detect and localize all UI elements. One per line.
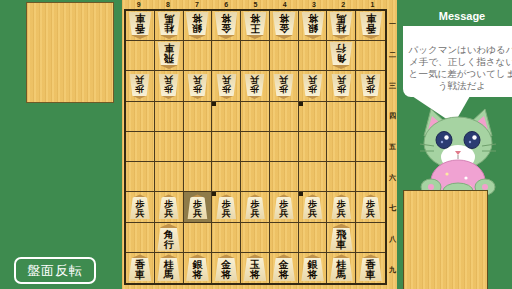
piece-kanji: 兵 (164, 209, 173, 218)
hoshi-dot (299, 192, 303, 196)
board-cell[interactable] (184, 162, 213, 192)
shogi-piece[interactable]: 銀将 (301, 12, 325, 39)
board-cell[interactable] (184, 132, 213, 162)
board-cell[interactable]: 香車 (356, 253, 385, 283)
piece-kanji: 将 (221, 13, 231, 23)
piece-kanji: 兵 (193, 75, 202, 84)
shogi-piece[interactable]: 歩兵 (187, 194, 208, 219)
piece-kanji: 将 (192, 270, 202, 280)
gote-captured-tray[interactable] (26, 2, 114, 103)
piece-kanji: 角 (336, 53, 346, 63)
board-cell[interactable] (270, 162, 299, 192)
piece-kanji: 桂 (336, 23, 346, 33)
board-cell[interactable] (184, 41, 213, 71)
piece-kanji: 香 (366, 23, 376, 33)
shogi-piece[interactable]: 歩兵 (244, 194, 265, 219)
shogi-piece[interactable]: 歩兵 (360, 194, 381, 219)
shogi-piece[interactable]: 玉将 (243, 254, 267, 281)
shogi-piece[interactable]: 歩兵 (187, 74, 208, 99)
piece-kanji: 兵 (279, 75, 288, 84)
board-cell[interactable]: 桂馬 (327, 11, 356, 41)
board-cell[interactable] (299, 223, 328, 253)
piece-kanji: 兵 (193, 209, 202, 218)
board-cell[interactable]: 金将 (212, 253, 241, 283)
piece-kanji: 兵 (135, 209, 144, 218)
piece-kanji: 香 (135, 23, 145, 33)
shogi-piece[interactable]: 歩兵 (331, 74, 352, 99)
board-cell[interactable] (299, 102, 328, 132)
board-cell[interactable]: 王将 (241, 11, 270, 41)
piece-kanji: 桂 (164, 23, 174, 33)
file-label: 5 (241, 0, 270, 9)
board-cell[interactable] (184, 102, 213, 132)
board-cell[interactable] (155, 102, 184, 132)
piece-kanji: 兵 (222, 75, 231, 84)
piece-kanji: 銀 (308, 23, 318, 33)
shogi-piece[interactable]: 銀将 (185, 12, 209, 39)
shogi-piece[interactable]: 歩兵 (158, 194, 179, 219)
piece-kanji: 将 (279, 13, 289, 23)
message-title: Message (403, 5, 512, 26)
piece-kanji: 兵 (366, 75, 375, 84)
board-cell[interactable]: 桂馬 (155, 253, 184, 283)
board-cell[interactable] (270, 41, 299, 71)
board-cell[interactable]: 歩兵 (299, 192, 328, 222)
board-cell[interactable] (126, 162, 155, 192)
board-cell[interactable] (155, 132, 184, 162)
rank-label: 八 (388, 224, 397, 255)
board-cell[interactable]: 角行 (327, 41, 356, 71)
board-cell[interactable] (126, 223, 155, 253)
message-text: パックマンはいわゆるハメ手で、正しく指さないと一気に差がついてしまう戦法だよ (403, 26, 512, 97)
shogi-piece[interactable]: 歩兵 (244, 74, 265, 99)
board-cell[interactable]: 金将 (270, 253, 299, 283)
piece-kanji: 車 (366, 13, 376, 23)
piece-kanji: 金 (221, 23, 231, 33)
rank-label: 三 (388, 70, 397, 101)
board-cell[interactable]: 香車 (126, 253, 155, 283)
piece-kanji: 将 (221, 270, 231, 280)
shogi-piece[interactable]: 飛車 (329, 224, 353, 251)
shogi-piece[interactable]: 金将 (214, 12, 238, 39)
board-cell[interactable]: 桂馬 (155, 11, 184, 41)
shogi-piece[interactable]: 歩兵 (129, 74, 150, 99)
piece-kanji: 兵 (337, 75, 346, 84)
file-label: 4 (270, 0, 299, 9)
piece-kanji: 金 (279, 23, 289, 33)
piece-kanji: 将 (250, 13, 260, 23)
shogi-piece[interactable]: 歩兵 (216, 194, 237, 219)
rank-label: 六 (388, 162, 397, 193)
piece-kanji: 兵 (250, 75, 259, 84)
shogi-piece[interactable]: 歩兵 (129, 194, 150, 219)
board-cell[interactable] (270, 102, 299, 132)
board-cell[interactable]: 金将 (270, 11, 299, 41)
piece-kanji: 行 (164, 240, 174, 250)
board-cell[interactable] (126, 41, 155, 71)
message-bubble: Message パックマンはいわゆるハメ手で、正しく指さないと一気に差がついてし… (403, 5, 512, 97)
piece-kanji: 兵 (250, 209, 259, 218)
board-cell[interactable]: 歩兵 (270, 192, 299, 222)
rank-label: 五 (388, 132, 397, 163)
shogi-piece[interactable]: 香車 (359, 254, 383, 281)
piece-kanji: 馬 (164, 270, 174, 280)
shogi-piece[interactable]: 銀将 (301, 254, 325, 281)
shogi-piece[interactable]: 金将 (272, 254, 296, 281)
board-cell[interactable]: 玉将 (241, 253, 270, 283)
shogi-piece[interactable]: 角行 (329, 42, 353, 69)
board-cell[interactable] (356, 102, 385, 132)
piece-kanji: 行 (336, 43, 346, 53)
board-cell[interactable] (327, 102, 356, 132)
rank-label: 四 (388, 101, 397, 132)
board-cell[interactable]: 歩兵 (270, 71, 299, 101)
board-cell[interactable]: 金将 (212, 11, 241, 41)
board-cell[interactable] (155, 162, 184, 192)
shogi-piece[interactable]: 歩兵 (302, 194, 323, 219)
shogi-piece[interactable]: 歩兵 (360, 74, 381, 99)
piece-kanji: 兵 (337, 209, 346, 218)
piece-kanji: 兵 (308, 209, 317, 218)
board-cell[interactable] (327, 132, 356, 162)
board-cell[interactable]: 歩兵 (356, 192, 385, 222)
shogi-board: 987654321 一二三四五六七八九 香車桂馬銀将金将王将金将銀将桂馬香車飛車… (122, 0, 397, 289)
file-label: 6 (212, 0, 241, 9)
shogi-piece[interactable]: 金将 (272, 12, 296, 39)
board-cell[interactable]: 銀将 (184, 253, 213, 283)
piece-kanji: 飛 (164, 53, 174, 63)
file-label: 1 (358, 0, 387, 9)
board-cell[interactable]: 歩兵 (126, 71, 155, 101)
piece-kanji: 将 (308, 270, 318, 280)
hoshi-dot (212, 192, 216, 196)
shogi-piece[interactable]: 金将 (214, 254, 238, 281)
board-cell[interactable]: 角行 (155, 223, 184, 253)
shogi-piece[interactable]: 歩兵 (216, 74, 237, 99)
piece-kanji: 王 (250, 23, 260, 33)
board-cell[interactable]: 歩兵 (356, 71, 385, 101)
board-cell[interactable] (270, 132, 299, 162)
piece-kanji: 車 (366, 270, 376, 280)
board-cell[interactable] (299, 41, 328, 71)
rank-labels: 一二三四五六七八九 (388, 9, 397, 285)
piece-kanji: 将 (250, 270, 260, 280)
board-cell[interactable]: 歩兵 (241, 192, 270, 222)
board-cell[interactable] (241, 162, 270, 192)
app-screen: 987654321 一二三四五六七八九 香車桂馬銀将金将王将金将銀将桂馬香車飛車… (0, 0, 512, 289)
board-cell[interactable] (241, 41, 270, 71)
board-cell[interactable]: 歩兵 (184, 192, 213, 222)
board-cell[interactable] (299, 162, 328, 192)
shogi-piece[interactable]: 歩兵 (273, 194, 294, 219)
board-cell[interactable]: 香車 (126, 11, 155, 41)
file-labels: 987654321 (124, 0, 387, 9)
file-label: 8 (153, 0, 182, 9)
board-cell[interactable] (212, 41, 241, 71)
piece-kanji: 馬 (336, 13, 346, 23)
piece-kanji: 兵 (222, 209, 231, 218)
board-cell[interactable] (212, 132, 241, 162)
piece-kanji: 兵 (366, 209, 375, 218)
sente-captured-tray[interactable] (403, 190, 488, 289)
board-cell[interactable]: 歩兵 (155, 192, 184, 222)
board-cell[interactable]: 歩兵 (327, 192, 356, 222)
file-label: 2 (329, 0, 358, 9)
file-label: 9 (124, 0, 153, 9)
shogi-piece[interactable]: 桂馬 (157, 12, 181, 39)
piece-kanji: 車 (164, 43, 174, 53)
hoshi-dot (212, 102, 216, 106)
board-cell[interactable] (212, 223, 241, 253)
flip-board-button[interactable]: 盤面反転 (14, 257, 96, 284)
rank-label: 一 (388, 9, 397, 40)
hoshi-dot (299, 102, 303, 106)
board-cell[interactable] (270, 223, 299, 253)
board-cell[interactable] (126, 132, 155, 162)
piece-kanji: 銀 (192, 23, 202, 33)
board-cell[interactable] (212, 102, 241, 132)
shogi-piece[interactable]: 香車 (359, 12, 383, 39)
piece-kanji: 馬 (336, 270, 346, 280)
shogi-piece[interactable]: 王将 (243, 12, 267, 39)
shogi-piece[interactable]: 歩兵 (158, 74, 179, 99)
shogi-piece[interactable]: 桂馬 (329, 12, 353, 39)
shogi-piece[interactable]: 香車 (128, 254, 152, 281)
piece-kanji: 将 (308, 13, 318, 23)
board-cell[interactable]: 歩兵 (299, 71, 328, 101)
board-cell[interactable] (356, 223, 385, 253)
board-cell[interactable]: 歩兵 (212, 192, 241, 222)
cat-mascot (400, 90, 512, 200)
piece-kanji: 将 (192, 13, 202, 23)
shogi-piece[interactable]: 角行 (157, 224, 181, 251)
rank-label: 七 (388, 193, 397, 224)
piece-kanji: 馬 (164, 13, 174, 23)
board-cell[interactable] (241, 132, 270, 162)
piece-kanji: 兵 (164, 75, 173, 84)
board-cell[interactable]: 歩兵 (155, 71, 184, 101)
shogi-piece[interactable]: 香車 (128, 12, 152, 39)
piece-kanji: 車 (135, 270, 145, 280)
board-cell[interactable]: 歩兵 (212, 71, 241, 101)
board-cell[interactable]: 飛車 (155, 41, 184, 71)
board-cell[interactable] (356, 41, 385, 71)
board-cell[interactable]: 歩兵 (184, 71, 213, 101)
rank-label: 九 (388, 254, 397, 285)
shogi-piece[interactable]: 歩兵 (273, 74, 294, 99)
file-label: 3 (299, 0, 328, 9)
board-cell[interactable] (356, 162, 385, 192)
shogi-piece[interactable]: 歩兵 (302, 74, 323, 99)
board-cell[interactable]: 桂馬 (327, 253, 356, 283)
board-cell[interactable] (241, 223, 270, 253)
piece-kanji: 兵 (135, 75, 144, 84)
board-cell[interactable]: 香車 (356, 11, 385, 41)
board-cell[interactable]: 銀将 (299, 253, 328, 283)
board-cell[interactable]: 歩兵 (241, 71, 270, 101)
board-cell[interactable]: 銀将 (299, 11, 328, 41)
board-grid: 香車桂馬銀将金将王将金将銀将桂馬香車飛車角行歩兵歩兵歩兵歩兵歩兵歩兵歩兵歩兵歩兵… (124, 9, 387, 285)
board-cell[interactable]: 歩兵 (126, 192, 155, 222)
board-cell[interactable] (327, 162, 356, 192)
piece-kanji: 兵 (308, 75, 317, 84)
board-cell[interactable] (184, 223, 213, 253)
rank-label: 二 (388, 40, 397, 71)
board-cell[interactable]: 銀将 (184, 11, 213, 41)
file-label: 7 (182, 0, 211, 9)
board-cell[interactable] (212, 162, 241, 192)
shogi-piece[interactable]: 銀将 (185, 254, 209, 281)
board-cell[interactable] (126, 102, 155, 132)
piece-kanji: 将 (279, 270, 289, 280)
shogi-piece[interactable]: 飛車 (157, 42, 181, 69)
piece-kanji: 車 (336, 240, 346, 250)
piece-kanji: 車 (135, 13, 145, 23)
board-cell[interactable]: 飛車 (327, 223, 356, 253)
shogi-piece[interactable]: 歩兵 (331, 194, 352, 219)
shogi-piece[interactable]: 桂馬 (157, 254, 181, 281)
board-cell[interactable] (356, 132, 385, 162)
board-cell[interactable] (299, 132, 328, 162)
piece-kanji: 兵 (279, 209, 288, 218)
shogi-piece[interactable]: 桂馬 (329, 254, 353, 281)
board-cell[interactable]: 歩兵 (327, 71, 356, 101)
board-cell[interactable] (241, 102, 270, 132)
